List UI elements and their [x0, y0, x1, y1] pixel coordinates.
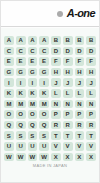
sticker-cell-U-r11c4: U — [39, 142, 49, 151]
sticker-cell-L-r6c5: L — [51, 89, 61, 98]
sticker-cell-J-r5c5: J — [51, 78, 61, 87]
sticker-cell-G-r4c3: G — [28, 68, 38, 77]
sticker-cell-H-r4c6: H — [63, 68, 73, 77]
sticker-cell-K-r6c2: K — [16, 89, 26, 98]
sticker-cell-E-r3c4: E — [39, 57, 49, 66]
sticker-cell-K-r6c3: K — [28, 89, 38, 98]
sticker-cell-R-r9c7: R — [75, 121, 85, 130]
sticker-cell-N-r7c8: N — [86, 100, 96, 109]
sticker-cell-Q-r9c3: Q — [28, 121, 38, 130]
sticker-cell-D-r2c5: D — [51, 47, 61, 56]
sticker-cell-G-r4c1: G — [4, 68, 14, 77]
sticker-cell-E-r3c1: E — [4, 57, 14, 66]
sticker-cell-J-r5c6: J — [63, 78, 73, 87]
sticker-cell-O-r8c1: O — [4, 110, 14, 119]
sticker-cell-I-r5c3: I — [28, 78, 38, 87]
sticker-cell-N-r7c6: N — [63, 100, 73, 109]
sticker-cell-H-r4c8: H — [86, 68, 96, 77]
sticker-cell-M-r7c4: M — [39, 100, 49, 109]
sticker-grid: AAAABBBBCCCCDDDDEEEEFFFFGGGGHHHHIIIIJJJJ… — [4, 36, 96, 161]
sticker-cell-E-r3c2: E — [16, 57, 26, 66]
sticker-cell-L-r6c6: L — [63, 89, 73, 98]
sticker-cell-S-r10c1: S — [4, 131, 14, 140]
sticker-cell-F-r3c8: F — [86, 57, 96, 66]
sticker-cell-M-r7c1: M — [4, 100, 14, 109]
sticker-cell-F-r3c6: F — [63, 57, 73, 66]
sticker-cell-P-r8c8: P — [86, 110, 96, 119]
sticker-cell-U-r11c1: U — [4, 142, 14, 151]
sticker-cell-Q-r9c4: Q — [39, 121, 49, 130]
sticker-cell-L-r6c7: L — [75, 89, 85, 98]
sticker-cell-B-r1c7: B — [75, 36, 85, 45]
sticker-cell-T-r10c5: T — [51, 131, 61, 140]
sticker-cell-S-r10c2: S — [16, 131, 26, 140]
sticker-cell-W-r12c1: W — [4, 153, 14, 162]
sticker-cell-R-r9c6: R — [63, 121, 73, 130]
sticker-cell-A-r1c4: A — [39, 36, 49, 45]
sticker-cell-F-r3c5: F — [51, 57, 61, 66]
sticker-cell-B-r1c5: B — [51, 36, 61, 45]
sticker-cell-T-r10c7: T — [75, 131, 85, 140]
sticker-cell-A-r1c3: A — [28, 36, 38, 45]
sticker-cell-C-r2c4: C — [39, 47, 49, 56]
sticker-cell-I-r5c4: I — [39, 78, 49, 87]
sticker-cell-O-r8c3: O — [28, 110, 38, 119]
sticker-cell-M-r7c3: M — [28, 100, 38, 109]
sticker-cell-U-r11c3: U — [28, 142, 38, 151]
sticker-cell-H-r4c5: H — [51, 68, 61, 77]
sticker-cell-J-r5c8: J — [86, 78, 96, 87]
sticker-cell-O-r8c4: O — [39, 110, 49, 119]
sticker-cell-H-r4c7: H — [75, 68, 85, 77]
sticker-cell-A-r1c2: A — [16, 36, 26, 45]
sticker-cell-B-r1c6: B — [63, 36, 73, 45]
sticker-cell-V-r11c6: V — [63, 142, 73, 151]
sticker-cell-X-r12c5: X — [51, 153, 61, 162]
brand-dot-icon — [57, 11, 63, 17]
sticker-cell-W-r12c3: W — [28, 153, 38, 162]
brand-logo: A-one — [67, 8, 95, 18]
sticker-cell-G-r4c4: G — [39, 68, 49, 77]
sticker-sheet-product-photo: A-one AAAABBBBCCCCDDDDEEEEFFFFGGGGHHHHII… — [0, 0, 100, 183]
sticker-cell-P-r8c6: P — [63, 110, 73, 119]
sticker-cell-P-r8c7: P — [75, 110, 85, 119]
sticker-cell-N-r7c5: N — [51, 100, 61, 109]
sticker-cell-N-r7c7: N — [75, 100, 85, 109]
sticker-cell-I-r5c1: I — [4, 78, 14, 87]
sticker-cell-M-r7c2: M — [16, 100, 26, 109]
sticker-cell-W-r12c4: W — [39, 153, 49, 162]
made-in-japan-label: MADE IN JAPAN — [4, 164, 96, 168]
sticker-cell-T-r10c6: T — [63, 131, 73, 140]
sticker-cell-Q-r9c2: Q — [16, 121, 26, 130]
sticker-cell-V-r11c5: V — [51, 142, 61, 151]
sticker-cell-D-r2c7: D — [75, 47, 85, 56]
sticker-cell-J-r5c7: J — [75, 78, 85, 87]
sticker-cell-Q-r9c1: Q — [4, 121, 14, 130]
sticker-cell-X-r12c7: X — [75, 153, 85, 162]
sticker-cell-K-r6c1: K — [4, 89, 14, 98]
sticker-cell-W-r12c2: W — [16, 153, 26, 162]
sticker-cell-C-r2c1: C — [4, 47, 14, 56]
sticker-cell-D-r2c8: D — [86, 47, 96, 56]
sticker-cell-S-r10c4: S — [39, 131, 49, 140]
sticker-cell-R-r9c8: R — [86, 121, 96, 130]
sticker-cell-T-r10c8: T — [86, 131, 96, 140]
sticker-cell-O-r8c2: O — [16, 110, 26, 119]
package-header: A-one — [1, 1, 99, 27]
sticker-cell-V-r11c8: V — [86, 142, 96, 151]
sticker-cell-I-r5c2: I — [16, 78, 26, 87]
sticker-cell-C-r2c3: C — [28, 47, 38, 56]
sticker-cell-G-r4c2: G — [16, 68, 26, 77]
sticker-cell-A-r1c1: A — [4, 36, 14, 45]
sticker-cell-U-r11c2: U — [16, 142, 26, 151]
sticker-cell-C-r2c2: C — [16, 47, 26, 56]
sticker-cell-V-r11c7: V — [75, 142, 85, 151]
sticker-sheet: AAAABBBBCCCCDDDDEEEEFFFFGGGGHHHHIIIIJJJJ… — [1, 28, 99, 182]
sticker-cell-S-r10c3: S — [28, 131, 38, 140]
sticker-cell-D-r2c6: D — [63, 47, 73, 56]
sticker-cell-E-r3c3: E — [28, 57, 38, 66]
sticker-cell-R-r9c5: R — [51, 121, 61, 130]
sticker-cell-B-r1c8: B — [86, 36, 96, 45]
sticker-cell-L-r6c8: L — [86, 89, 96, 98]
sticker-cell-X-r12c6: X — [63, 153, 73, 162]
sticker-cell-K-r6c4: K — [39, 89, 49, 98]
sticker-cell-P-r8c5: P — [51, 110, 61, 119]
sticker-cell-F-r3c7: F — [75, 57, 85, 66]
sticker-cell-X-r12c8: X — [86, 153, 96, 162]
